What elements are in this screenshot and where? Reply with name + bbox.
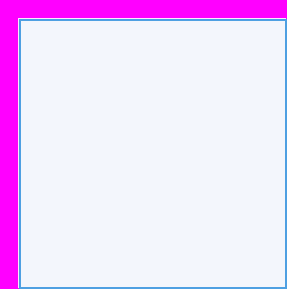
column-labels <box>19 0 287 19</box>
row-labels <box>0 19 19 289</box>
sudoku-board <box>19 19 287 289</box>
